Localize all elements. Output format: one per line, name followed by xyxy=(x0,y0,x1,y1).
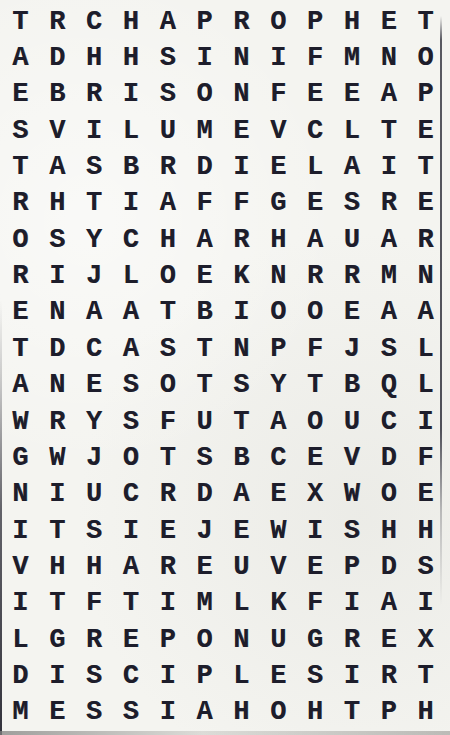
grid-cell: T xyxy=(39,513,76,549)
grid-cell: T xyxy=(76,186,113,222)
grid-cell: L xyxy=(2,622,39,658)
grid-cell: F xyxy=(297,40,334,76)
grid-cell: T xyxy=(2,331,39,367)
grid-cell: R xyxy=(407,222,444,258)
grid-cell: J xyxy=(76,258,113,294)
grid-cell: R xyxy=(76,77,113,113)
grid-cell: I xyxy=(112,186,149,222)
grid-cell: R xyxy=(39,4,76,40)
grid-cell: H xyxy=(223,695,260,731)
grid-cell: F xyxy=(186,186,223,222)
grid-cell: P xyxy=(407,77,444,113)
grid-cell: A xyxy=(407,295,444,331)
grid-cell: O xyxy=(149,258,186,294)
grid-cell: L xyxy=(333,113,370,149)
grid-cell: T xyxy=(2,149,39,185)
grid-cell: I xyxy=(407,404,444,440)
grid-cell: I xyxy=(39,477,76,513)
grid-cell: T xyxy=(370,113,407,149)
grid-cell: R xyxy=(149,477,186,513)
grid-cell: R xyxy=(370,186,407,222)
grid-cell: U xyxy=(260,622,297,658)
grid-cell: V xyxy=(39,113,76,149)
grid-cell: O xyxy=(2,222,39,258)
grid-cell: X xyxy=(297,477,334,513)
grid-cell: I xyxy=(149,695,186,731)
grid-cell: J xyxy=(76,440,113,476)
grid-cell: J xyxy=(333,331,370,367)
grid-cell: H xyxy=(333,4,370,40)
grid-cell: H xyxy=(370,513,407,549)
grid-cell: V xyxy=(2,549,39,585)
grid-cell: O xyxy=(186,77,223,113)
grid-cell: O xyxy=(260,695,297,731)
grid-cell: A xyxy=(370,586,407,622)
grid-cell: N xyxy=(39,367,76,403)
grid-cell: H xyxy=(297,695,334,731)
grid-cell: J xyxy=(186,513,223,549)
grid-cell: I xyxy=(333,658,370,694)
grid-cell: P xyxy=(260,331,297,367)
grid-cell: S xyxy=(76,513,113,549)
grid-cell: A xyxy=(260,404,297,440)
grid-cell: M xyxy=(2,695,39,731)
grid-cell: P xyxy=(186,658,223,694)
grid-cell: A xyxy=(186,695,223,731)
grid-cell: T xyxy=(297,367,334,403)
grid-cell: E xyxy=(333,295,370,331)
grid-cell: N xyxy=(223,40,260,76)
grid-cell: S xyxy=(149,77,186,113)
grid-cell: N xyxy=(407,258,444,294)
grid-cell: B xyxy=(333,367,370,403)
grid-cell: V xyxy=(260,549,297,585)
grid-cell: I xyxy=(112,77,149,113)
grid-cell: F xyxy=(260,77,297,113)
grid-cell: I xyxy=(297,513,334,549)
grid-cell: P xyxy=(370,695,407,731)
grid-cell: H xyxy=(112,40,149,76)
grid-cell: E xyxy=(186,549,223,585)
grid-cell: G xyxy=(260,186,297,222)
grid-cell: S xyxy=(76,658,113,694)
grid-cell: K xyxy=(223,258,260,294)
grid-cell: R xyxy=(76,622,113,658)
grid-cell: T xyxy=(407,4,444,40)
grid-cell: T xyxy=(333,695,370,731)
grid-cell: D xyxy=(2,658,39,694)
grid-cell: N xyxy=(260,258,297,294)
grid-cell: G xyxy=(39,622,76,658)
grid-cell: P xyxy=(333,549,370,585)
grid-cell: G xyxy=(2,440,39,476)
grid-cell: F xyxy=(407,440,444,476)
grid-cell: R xyxy=(149,149,186,185)
grid-cell: E xyxy=(297,549,334,585)
grid-cell: S xyxy=(76,695,113,731)
grid-cell: H xyxy=(76,549,113,585)
grid-cell: A xyxy=(112,331,149,367)
grid-cell: N xyxy=(39,295,76,331)
grid-cell: R xyxy=(333,258,370,294)
grid-cell: D xyxy=(186,477,223,513)
grid-cell: T xyxy=(407,658,444,694)
grid-cell: I xyxy=(149,658,186,694)
grid-cell: O xyxy=(260,295,297,331)
grid-cell: D xyxy=(370,440,407,476)
grid-cell: L xyxy=(223,658,260,694)
grid-cell: N xyxy=(370,40,407,76)
grid-cell: H xyxy=(407,513,444,549)
grid-cell: R xyxy=(39,404,76,440)
grid-cell: S xyxy=(333,186,370,222)
grid-cell: I xyxy=(2,513,39,549)
grid-cell: E xyxy=(407,113,444,149)
grid-cell: T xyxy=(2,4,39,40)
grid-cell: X xyxy=(407,622,444,658)
grid-cell: Q xyxy=(370,367,407,403)
grid-cell: A xyxy=(76,295,113,331)
grid-cell: R xyxy=(333,622,370,658)
grid-cell: U xyxy=(149,113,186,149)
grid-cell: U xyxy=(76,477,113,513)
left-border-line xyxy=(0,300,2,735)
grid-cell: E xyxy=(370,4,407,40)
grid-cell: H xyxy=(407,695,444,731)
grid-cell: S xyxy=(333,513,370,549)
grid-cell: I xyxy=(76,113,113,149)
grid-cell: T xyxy=(149,295,186,331)
grid-cell: E xyxy=(297,77,334,113)
grid-cell: W xyxy=(333,477,370,513)
grid-cell: E xyxy=(186,258,223,294)
grid-cell: W xyxy=(39,440,76,476)
grid-cell: T xyxy=(223,404,260,440)
grid-cell: L xyxy=(112,113,149,149)
grid-cell: I xyxy=(2,586,39,622)
grid-cell: C xyxy=(76,4,113,40)
grid-cell: E xyxy=(76,367,113,403)
grid-cell: L xyxy=(407,331,444,367)
grid-cell: S xyxy=(39,222,76,258)
grid-cell: R xyxy=(2,186,39,222)
word-search-grid: TRCHAPROPHETADHHSINIFMNOEBRISONFEEAPSVIL… xyxy=(2,4,444,731)
grid-cell: E xyxy=(223,513,260,549)
grid-cell: H xyxy=(39,549,76,585)
grid-cell: I xyxy=(407,586,444,622)
grid-cell: L xyxy=(223,586,260,622)
grid-cell: D xyxy=(186,149,223,185)
grid-cell: B xyxy=(186,295,223,331)
grid-cell: S xyxy=(149,331,186,367)
grid-cell: A xyxy=(370,77,407,113)
grid-cell: B xyxy=(112,149,149,185)
grid-cell: A xyxy=(112,295,149,331)
grid-cell: I xyxy=(333,586,370,622)
grid-cell: S xyxy=(186,440,223,476)
grid-cell: W xyxy=(2,404,39,440)
grid-cell: D xyxy=(39,40,76,76)
grid-cell: I xyxy=(112,513,149,549)
grid-cell: A xyxy=(112,549,149,585)
grid-cell: E xyxy=(260,658,297,694)
grid-cell: F xyxy=(297,331,334,367)
grid-cell: A xyxy=(2,367,39,403)
grid-cell: U xyxy=(223,549,260,585)
grid-cell: R xyxy=(370,658,407,694)
grid-cell: C xyxy=(76,331,113,367)
grid-cell: K xyxy=(260,586,297,622)
grid-cell: A xyxy=(186,222,223,258)
grid-cell: D xyxy=(370,549,407,585)
grid-cell: D xyxy=(39,331,76,367)
grid-cell: E xyxy=(2,295,39,331)
grid-cell: R xyxy=(149,549,186,585)
grid-cell: L xyxy=(407,367,444,403)
grid-cell: C xyxy=(112,477,149,513)
grid-cell: R xyxy=(2,258,39,294)
grid-cell: U xyxy=(333,404,370,440)
grid-cell: A xyxy=(223,477,260,513)
grid-cell: E xyxy=(370,622,407,658)
grid-cell: P xyxy=(149,622,186,658)
grid-cell: H xyxy=(260,222,297,258)
grid-cell: C xyxy=(112,658,149,694)
grid-cell: I xyxy=(223,295,260,331)
grid-cell: I xyxy=(186,40,223,76)
grid-cell: E xyxy=(2,77,39,113)
right-border-line xyxy=(440,16,442,606)
grid-cell: H xyxy=(112,4,149,40)
grid-cell: O xyxy=(370,477,407,513)
grid-cell: N xyxy=(223,77,260,113)
grid-cell: U xyxy=(186,404,223,440)
grid-cell: T xyxy=(112,586,149,622)
grid-cell: T xyxy=(186,367,223,403)
grid-cell: O xyxy=(297,295,334,331)
grid-cell: O xyxy=(297,404,334,440)
grid-cell: H xyxy=(149,222,186,258)
grid-cell: Y xyxy=(260,367,297,403)
grid-cell: A xyxy=(333,149,370,185)
grid-cell: F xyxy=(297,586,334,622)
grid-cell: S xyxy=(407,549,444,585)
grid-cell: L xyxy=(297,149,334,185)
grid-cell: G xyxy=(297,622,334,658)
grid-cell: A xyxy=(2,40,39,76)
bottom-border-line xyxy=(0,731,450,735)
grid-cell: I xyxy=(149,586,186,622)
grid-cell: E xyxy=(112,622,149,658)
grid-cell: E xyxy=(297,186,334,222)
grid-cell: H xyxy=(76,40,113,76)
grid-cell: M xyxy=(370,258,407,294)
grid-cell: R xyxy=(223,222,260,258)
grid-cell: A xyxy=(39,149,76,185)
grid-cell: S xyxy=(223,367,260,403)
grid-cell: I xyxy=(370,149,407,185)
grid-cell: S xyxy=(297,658,334,694)
grid-cell: O xyxy=(186,622,223,658)
grid-cell: S xyxy=(112,367,149,403)
grid-cell: E xyxy=(39,695,76,731)
grid-cell: B xyxy=(39,77,76,113)
grid-cell: I xyxy=(39,658,76,694)
grid-cell: A xyxy=(297,222,334,258)
grid-cell: N xyxy=(223,331,260,367)
grid-cell: A xyxy=(370,222,407,258)
grid-cell: M xyxy=(186,113,223,149)
grid-cell: O xyxy=(407,40,444,76)
grid-cell: I xyxy=(223,149,260,185)
grid-cell: I xyxy=(260,40,297,76)
grid-cell: T xyxy=(407,149,444,185)
grid-cell: E xyxy=(297,440,334,476)
grid-cell: W xyxy=(260,513,297,549)
grid-cell: M xyxy=(186,586,223,622)
grid-cell: E xyxy=(260,477,297,513)
grid-cell: F xyxy=(76,586,113,622)
grid-cell: P xyxy=(297,4,334,40)
grid-cell: O xyxy=(149,367,186,403)
grid-cell: T xyxy=(186,331,223,367)
grid-cell: E xyxy=(407,186,444,222)
grid-cell: C xyxy=(260,440,297,476)
grid-cell: U xyxy=(333,222,370,258)
grid-cell: E xyxy=(260,149,297,185)
grid-cell: B xyxy=(223,440,260,476)
grid-cell: C xyxy=(297,113,334,149)
grid-cell: N xyxy=(223,622,260,658)
grid-cell: V xyxy=(333,440,370,476)
grid-cell: A xyxy=(149,4,186,40)
grid-cell: H xyxy=(39,186,76,222)
grid-cell: S xyxy=(76,149,113,185)
grid-cell: E xyxy=(333,77,370,113)
grid-cell: O xyxy=(112,440,149,476)
grid-cell: T xyxy=(39,586,76,622)
grid-cell: S xyxy=(370,331,407,367)
grid-cell: A xyxy=(370,295,407,331)
grid-cell: S xyxy=(112,695,149,731)
grid-cell: V xyxy=(260,113,297,149)
grid-cell: E xyxy=(223,113,260,149)
grid-cell: S xyxy=(112,404,149,440)
grid-cell: N xyxy=(2,477,39,513)
grid-cell: P xyxy=(186,4,223,40)
grid-cell: R xyxy=(297,258,334,294)
grid-cell: R xyxy=(223,4,260,40)
grid-cell: O xyxy=(260,4,297,40)
grid-cell: F xyxy=(223,186,260,222)
grid-cell: Y xyxy=(76,222,113,258)
grid-cell: I xyxy=(39,258,76,294)
grid-cell: S xyxy=(149,40,186,76)
grid-cell: S xyxy=(2,113,39,149)
grid-cell: C xyxy=(112,222,149,258)
grid-cell: M xyxy=(333,40,370,76)
grid-cell: T xyxy=(149,440,186,476)
grid-cell: L xyxy=(112,258,149,294)
grid-cell: C xyxy=(370,404,407,440)
grid-cell: E xyxy=(407,477,444,513)
grid-cell: Y xyxy=(76,404,113,440)
grid-cell: A xyxy=(149,186,186,222)
grid-cell: F xyxy=(149,404,186,440)
grid-cell: E xyxy=(149,513,186,549)
